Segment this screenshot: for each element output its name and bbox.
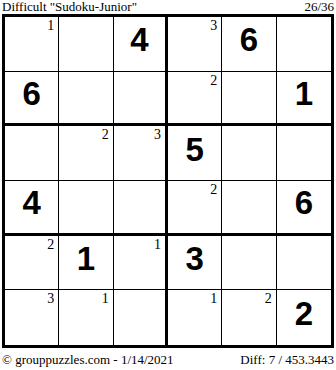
- footer-bar: © grouppuzzles.com - 1/14/2021 Diff: 7 /…: [2, 352, 334, 368]
- cell-r2c4[interactable]: 2: [168, 72, 222, 127]
- cell-r3c1[interactable]: [5, 126, 59, 181]
- corner-mark: 3: [210, 18, 217, 33]
- given-digit: 6: [295, 186, 313, 219]
- cell-r4c4[interactable]: 2: [168, 181, 222, 236]
- difficulty-text: Diff: 7 / 453.3443: [240, 352, 334, 368]
- cell-r4c3[interactable]: [114, 181, 168, 236]
- cell-r4c6[interactable]: 6: [277, 181, 331, 236]
- cell-r5c5[interactable]: [222, 236, 276, 291]
- cell-r3c3[interactable]: 3: [114, 126, 168, 181]
- given-digit: 3: [185, 242, 203, 275]
- corner-mark: 2: [210, 182, 217, 197]
- sudoku-grid: 1436621235426211331122: [2, 14, 334, 348]
- given-digit: 5: [185, 133, 203, 166]
- corner-mark: 3: [47, 291, 54, 306]
- cell-r2c1[interactable]: 6: [5, 72, 59, 127]
- copyright-text: © grouppuzzles.com - 1/14/2021: [2, 352, 174, 368]
- cell-r5c2[interactable]: 1: [59, 236, 113, 291]
- cell-r1c6[interactable]: [277, 17, 331, 72]
- cell-r4c5[interactable]: [222, 181, 276, 236]
- page-title: Difficult "Sudoku-Junior": [2, 0, 137, 14]
- cell-r1c5[interactable]: 6: [222, 17, 276, 72]
- cell-r5c6[interactable]: [277, 236, 331, 291]
- corner-mark: 2: [210, 73, 217, 88]
- corner-mark: 1: [102, 291, 109, 306]
- corner-mark: 3: [154, 127, 161, 142]
- cell-r6c5[interactable]: 2: [222, 290, 276, 345]
- corner-mark: 1: [47, 18, 54, 33]
- corner-mark: 2: [265, 291, 272, 306]
- corner-mark: 1: [154, 237, 161, 252]
- corner-mark: 2: [102, 127, 109, 142]
- given-digit: 1: [77, 242, 95, 275]
- cell-r1c2[interactable]: [59, 17, 113, 72]
- cell-r3c2[interactable]: 2: [59, 126, 113, 181]
- given-digit: 1: [295, 77, 313, 110]
- cell-r2c5[interactable]: [222, 72, 276, 127]
- cell-r2c3[interactable]: [114, 72, 168, 127]
- puzzle-counter: 26/36: [304, 0, 334, 14]
- cell-r1c3[interactable]: 4: [114, 17, 168, 72]
- given-digit: 4: [130, 23, 148, 56]
- given-digit: 4: [22, 186, 40, 219]
- cell-r6c3[interactable]: [114, 290, 168, 345]
- cell-r5c1[interactable]: 2: [5, 236, 59, 291]
- cell-r3c4[interactable]: 5: [168, 126, 222, 181]
- cell-r1c1[interactable]: 1: [5, 17, 59, 72]
- cell-r5c3[interactable]: 1: [114, 236, 168, 291]
- cell-r1c4[interactable]: 3: [168, 17, 222, 72]
- cell-r6c6[interactable]: 2: [277, 290, 331, 345]
- cell-r2c2[interactable]: [59, 72, 113, 127]
- cell-r5c4[interactable]: 3: [168, 236, 222, 291]
- given-digit: 6: [240, 23, 258, 56]
- cell-r6c2[interactable]: 1: [59, 290, 113, 345]
- cell-r4c1[interactable]: 4: [5, 181, 59, 236]
- cell-r4c2[interactable]: [59, 181, 113, 236]
- given-digit: 2: [295, 297, 313, 330]
- cell-r3c6[interactable]: [277, 126, 331, 181]
- cell-r6c1[interactable]: 3: [5, 290, 59, 345]
- cell-r6c4[interactable]: 1: [168, 290, 222, 345]
- corner-mark: 1: [210, 291, 217, 306]
- given-digit: 6: [22, 77, 40, 110]
- cell-r2c6[interactable]: 1: [277, 72, 331, 127]
- corner-mark: 2: [47, 237, 54, 252]
- header-bar: Difficult "Sudoku-Junior" 26/36: [2, 0, 334, 14]
- cell-r3c5[interactable]: [222, 126, 276, 181]
